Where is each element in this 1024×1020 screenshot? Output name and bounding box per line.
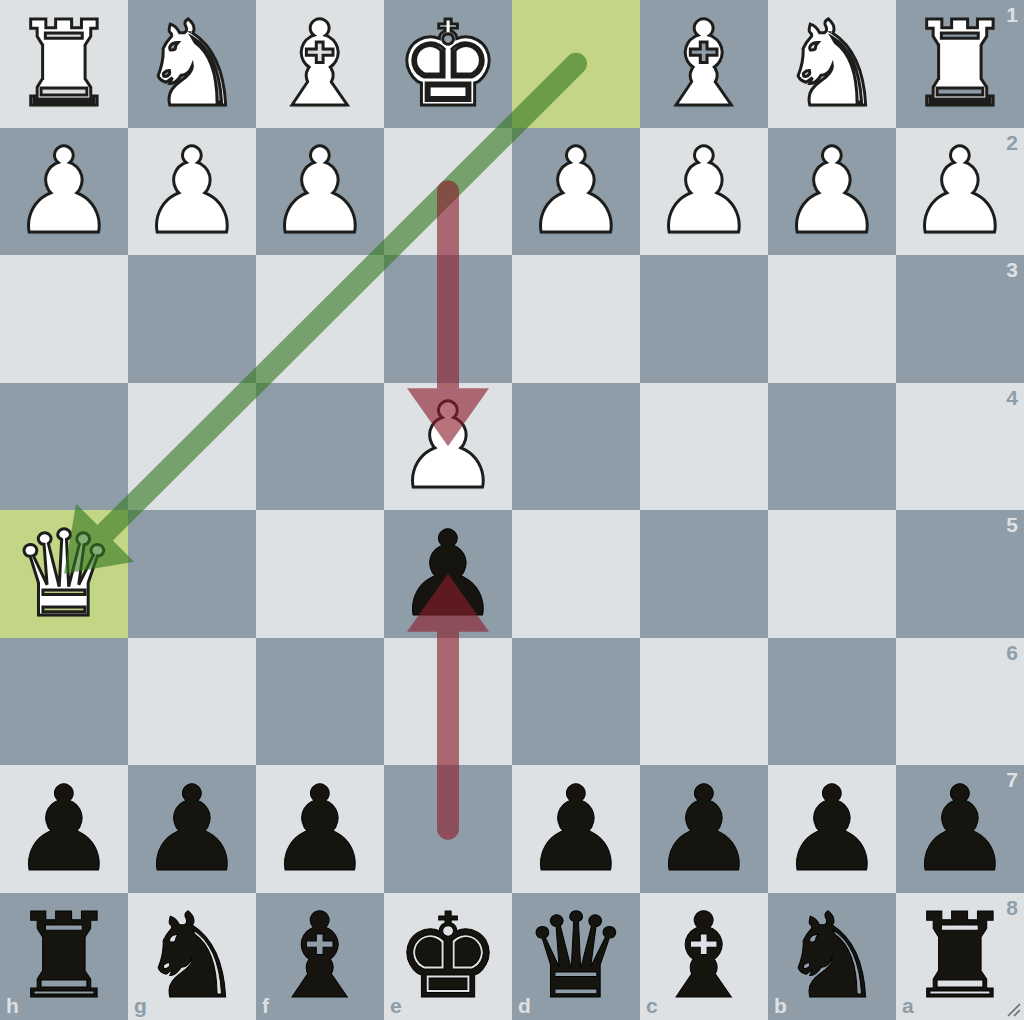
piece-white-rook-a1[interactable]: ♜ [896,0,1024,128]
square-f3[interactable] [256,255,384,383]
square-e6[interactable] [384,638,512,766]
square-f1[interactable]: ♝ [256,0,384,128]
square-c6[interactable] [640,638,768,766]
piece-black-pawn-e5[interactable]: ♟ [384,510,512,638]
square-f2[interactable]: ♟ [256,128,384,256]
square-b6[interactable] [768,638,896,766]
square-b4[interactable] [768,383,896,511]
square-a1[interactable]: ♜1 [896,0,1024,128]
square-b8[interactable]: ♞b [768,893,896,1020]
piece-black-pawn-b7[interactable]: ♟ [768,765,896,893]
square-h1[interactable]: ♜ [0,0,128,128]
square-e4[interactable]: ♟ [384,383,512,511]
square-b5[interactable] [768,510,896,638]
piece-white-pawn-d2[interactable]: ♟ [512,128,640,256]
piece-white-pawn-h2[interactable]: ♟ [0,128,128,256]
square-a5[interactable]: 5 [896,510,1024,638]
square-g5[interactable] [128,510,256,638]
square-h2[interactable]: ♟ [0,128,128,256]
piece-white-knight-b1[interactable]: ♞ [768,0,896,128]
square-a6[interactable]: 6 [896,638,1024,766]
square-c3[interactable] [640,255,768,383]
piece-black-queen-d8[interactable]: ♛ [512,893,640,1020]
square-d7[interactable]: ♟ [512,765,640,893]
square-a3[interactable]: 3 [896,255,1024,383]
square-f7[interactable]: ♟ [256,765,384,893]
square-b7[interactable]: ♟ [768,765,896,893]
square-d8[interactable]: ♛d [512,893,640,1020]
piece-white-bishop-c1[interactable]: ♝ [640,0,768,128]
piece-black-pawn-h7[interactable]: ♟ [0,765,128,893]
square-e5[interactable]: ♟ [384,510,512,638]
square-g1[interactable]: ♞ [128,0,256,128]
square-e7[interactable] [384,765,512,893]
square-g8[interactable]: ♞g [128,893,256,1020]
rank-label-4: 4 [1006,386,1018,410]
chess-board: ♜♞♝♚♝♞♜1♟♟♟♟♟♟♟23♟4♛♟56♟♟♟♟♟♟♟7♜h♞g♝f♚e♛… [0,0,1024,1020]
rank-label-6: 6 [1006,641,1018,665]
rank-label-3: 3 [1006,258,1018,282]
square-d6[interactable] [512,638,640,766]
piece-black-king-e8[interactable]: ♚ [384,893,512,1020]
piece-white-king-e1[interactable]: ♚ [384,0,512,128]
square-c8[interactable]: ♝c [640,893,768,1020]
piece-white-knight-g1[interactable]: ♞ [128,0,256,128]
square-g3[interactable] [128,255,256,383]
square-g6[interactable] [128,638,256,766]
last-move-highlight-d1 [512,0,640,128]
piece-white-queen-h5[interactable]: ♛ [0,510,128,638]
square-g4[interactable] [128,383,256,511]
square-d2[interactable]: ♟ [512,128,640,256]
square-g7[interactable]: ♟ [128,765,256,893]
piece-black-knight-b8[interactable]: ♞ [768,893,896,1020]
piece-black-pawn-a7[interactable]: ♟ [896,765,1024,893]
square-b2[interactable]: ♟ [768,128,896,256]
square-h5[interactable]: ♛ [0,510,128,638]
square-d4[interactable] [512,383,640,511]
resize-handle-icon[interactable] [1004,1000,1022,1018]
square-a4[interactable]: 4 [896,383,1024,511]
square-e2[interactable] [384,128,512,256]
piece-black-pawn-c7[interactable]: ♟ [640,765,768,893]
square-g2[interactable]: ♟ [128,128,256,256]
piece-white-pawn-f2[interactable]: ♟ [256,128,384,256]
square-h7[interactable]: ♟ [0,765,128,893]
piece-black-rook-h8[interactable]: ♜ [0,893,128,1020]
square-d1[interactable] [512,0,640,128]
piece-black-bishop-f8[interactable]: ♝ [256,893,384,1020]
square-d3[interactable] [512,255,640,383]
square-a2[interactable]: ♟2 [896,128,1024,256]
square-c4[interactable] [640,383,768,511]
square-f4[interactable] [256,383,384,511]
square-b3[interactable] [768,255,896,383]
square-f6[interactable] [256,638,384,766]
square-e1[interactable]: ♚ [384,0,512,128]
square-c2[interactable]: ♟ [640,128,768,256]
square-h4[interactable] [0,383,128,511]
piece-white-rook-h1[interactable]: ♜ [0,0,128,128]
square-h6[interactable] [0,638,128,766]
square-f5[interactable] [256,510,384,638]
piece-black-pawn-d7[interactable]: ♟ [512,765,640,893]
piece-black-pawn-f7[interactable]: ♟ [256,765,384,893]
square-e8[interactable]: ♚e [384,893,512,1020]
square-c5[interactable] [640,510,768,638]
rank-label-5: 5 [1006,513,1018,537]
square-h8[interactable]: ♜h [0,893,128,1020]
square-c1[interactable]: ♝ [640,0,768,128]
piece-white-pawn-b2[interactable]: ♟ [768,128,896,256]
piece-white-bishop-f1[interactable]: ♝ [256,0,384,128]
square-d5[interactable] [512,510,640,638]
square-a7[interactable]: ♟7 [896,765,1024,893]
piece-white-pawn-c2[interactable]: ♟ [640,128,768,256]
piece-white-pawn-a2[interactable]: ♟ [896,128,1024,256]
square-f8[interactable]: ♝f [256,893,384,1020]
piece-black-knight-g8[interactable]: ♞ [128,893,256,1020]
piece-white-pawn-e4[interactable]: ♟ [384,383,512,511]
square-e3[interactable] [384,255,512,383]
square-c7[interactable]: ♟ [640,765,768,893]
square-b1[interactable]: ♞ [768,0,896,128]
square-h3[interactable] [0,255,128,383]
piece-white-pawn-g2[interactable]: ♟ [128,128,256,256]
chess-board-wrap: ♜♞♝♚♝♞♜1♟♟♟♟♟♟♟23♟4♛♟56♟♟♟♟♟♟♟7♜h♞g♝f♚e♛… [0,0,1024,1020]
piece-black-pawn-g7[interactable]: ♟ [128,765,256,893]
piece-black-bishop-c8[interactable]: ♝ [640,893,768,1020]
